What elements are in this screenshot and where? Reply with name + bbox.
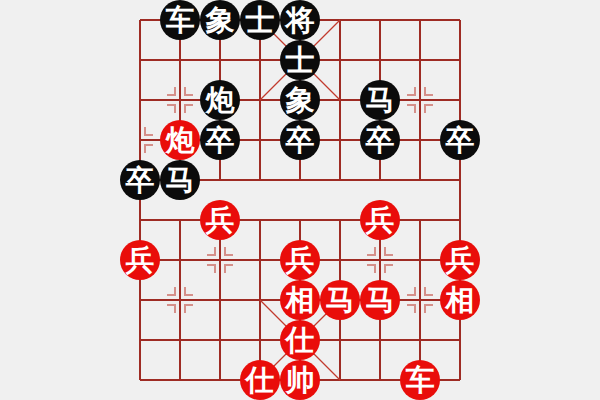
piece-black-chariot[interactable]: 车 xyxy=(160,0,200,40)
piece-black-soldier[interactable]: 卒 xyxy=(120,160,160,200)
piece-black-soldier[interactable]: 卒 xyxy=(200,120,240,160)
piece-red-soldier[interactable]: 兵 xyxy=(440,240,480,280)
piece-red-elephant[interactable]: 相 xyxy=(280,280,320,320)
piece-red-horse[interactable]: 马 xyxy=(320,280,360,320)
piece-red-horse[interactable]: 马 xyxy=(360,280,400,320)
piece-red-chariot[interactable]: 车 xyxy=(400,360,440,400)
piece-red-soldier[interactable]: 兵 xyxy=(200,200,240,240)
piece-black-elephant[interactable]: 象 xyxy=(200,0,240,40)
piece-black-soldier[interactable]: 卒 xyxy=(280,120,320,160)
piece-black-horse[interactable]: 马 xyxy=(160,160,200,200)
piece-black-general[interactable]: 将 xyxy=(280,0,320,40)
piece-black-horse[interactable]: 马 xyxy=(360,80,400,120)
piece-black-elephant[interactable]: 象 xyxy=(280,80,320,120)
piece-black-soldier[interactable]: 卒 xyxy=(440,120,480,160)
xiangqi-board: 车象士将士炮象马炮卒卒卒卒卒马兵兵兵兵兵相马马相仕仕帅车 xyxy=(0,0,600,400)
piece-red-general[interactable]: 帅 xyxy=(280,360,320,400)
piece-red-soldier[interactable]: 兵 xyxy=(120,240,160,280)
piece-black-advisor[interactable]: 士 xyxy=(240,0,280,40)
board-pieces-layer: 车象士将士炮象马炮卒卒卒卒卒马兵兵兵兵兵相马马相仕仕帅车 xyxy=(120,0,480,400)
piece-red-soldier[interactable]: 兵 xyxy=(360,200,400,240)
piece-red-elephant[interactable]: 相 xyxy=(440,280,480,320)
piece-black-cannon[interactable]: 炮 xyxy=(200,80,240,120)
piece-black-soldier[interactable]: 卒 xyxy=(360,120,400,160)
piece-red-cannon[interactable]: 炮 xyxy=(160,120,200,160)
piece-red-soldier[interactable]: 兵 xyxy=(280,240,320,280)
piece-red-advisor[interactable]: 仕 xyxy=(280,320,320,360)
piece-black-advisor[interactable]: 士 xyxy=(280,40,320,80)
piece-red-advisor[interactable]: 仕 xyxy=(240,360,280,400)
